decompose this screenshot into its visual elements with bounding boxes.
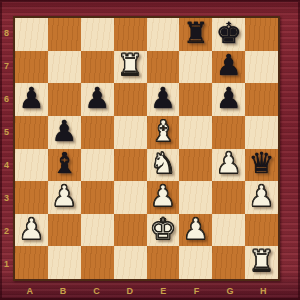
file-label-f: F bbox=[180, 281, 213, 300]
square-c1[interactable] bbox=[81, 246, 114, 279]
square-f8[interactable]: ♜ bbox=[179, 18, 212, 51]
square-b3[interactable]: ♟ bbox=[48, 181, 81, 214]
square-g1[interactable] bbox=[212, 246, 245, 279]
square-d8[interactable] bbox=[114, 18, 147, 51]
square-a6[interactable]: ♟ bbox=[15, 83, 48, 116]
square-e8[interactable] bbox=[147, 18, 180, 51]
piece-white-pawn[interactable]: ♟ bbox=[249, 182, 275, 211]
file-label-a: A bbox=[13, 281, 46, 300]
square-h4[interactable]: ♛ bbox=[245, 149, 278, 182]
rank-label-5: 5 bbox=[0, 115, 13, 148]
file-labels: ABCDEFGH bbox=[13, 281, 280, 300]
square-f6[interactable] bbox=[179, 83, 212, 116]
rank-label-6: 6 bbox=[0, 82, 13, 115]
piece-white-bishop[interactable]: ♝ bbox=[150, 117, 176, 146]
square-f1[interactable] bbox=[179, 246, 212, 279]
file-label-h: H bbox=[247, 281, 280, 300]
square-e7[interactable] bbox=[147, 51, 180, 84]
square-c6[interactable]: ♟ bbox=[81, 83, 114, 116]
square-c5[interactable] bbox=[81, 116, 114, 149]
square-h6[interactable] bbox=[245, 83, 278, 116]
square-a4[interactable] bbox=[15, 149, 48, 182]
square-c4[interactable] bbox=[81, 149, 114, 182]
square-c7[interactable] bbox=[81, 51, 114, 84]
piece-white-rook[interactable]: ♜ bbox=[117, 51, 143, 80]
square-d1[interactable] bbox=[114, 246, 147, 279]
rank-label-2: 2 bbox=[0, 215, 13, 248]
square-a8[interactable] bbox=[15, 18, 48, 51]
square-g3[interactable] bbox=[212, 181, 245, 214]
square-g2[interactable] bbox=[212, 214, 245, 247]
piece-white-pawn[interactable]: ♟ bbox=[18, 215, 44, 244]
square-f3[interactable] bbox=[179, 181, 212, 214]
piece-black-pawn[interactable]: ♟ bbox=[51, 117, 77, 146]
square-e5[interactable]: ♝ bbox=[147, 116, 180, 149]
rank-label-7: 7 bbox=[0, 49, 13, 82]
square-a3[interactable] bbox=[15, 181, 48, 214]
piece-black-rook[interactable]: ♜ bbox=[183, 19, 209, 48]
square-g4[interactable]: ♟ bbox=[212, 149, 245, 182]
rank-label-4: 4 bbox=[0, 149, 13, 182]
file-label-g: G bbox=[213, 281, 246, 300]
square-f2[interactable]: ♟ bbox=[179, 214, 212, 247]
square-h5[interactable] bbox=[245, 116, 278, 149]
square-g7[interactable]: ♟ bbox=[212, 51, 245, 84]
piece-black-king[interactable]: ♚ bbox=[216, 19, 242, 48]
square-g6[interactable]: ♟ bbox=[212, 83, 245, 116]
piece-black-pawn[interactable]: ♟ bbox=[84, 84, 110, 113]
square-h3[interactable]: ♟ bbox=[245, 181, 278, 214]
square-h7[interactable] bbox=[245, 51, 278, 84]
square-d6[interactable] bbox=[114, 83, 147, 116]
square-b7[interactable] bbox=[48, 51, 81, 84]
square-b4[interactable]: ♝ bbox=[48, 149, 81, 182]
chess-board-frame: 87654321 ABCDEFGH ♜♚♜♟♟♟♟♟♟♝♝♞♟♛♟♟♟♟♚♟♜ bbox=[0, 0, 300, 300]
square-h2[interactable] bbox=[245, 214, 278, 247]
rank-labels: 87654321 bbox=[0, 16, 13, 281]
square-f7[interactable] bbox=[179, 51, 212, 84]
piece-black-bishop[interactable]: ♝ bbox=[51, 149, 77, 178]
square-a5[interactable] bbox=[15, 116, 48, 149]
piece-black-pawn[interactable]: ♟ bbox=[216, 51, 242, 80]
square-d3[interactable] bbox=[114, 181, 147, 214]
piece-white-pawn[interactable]: ♟ bbox=[51, 182, 77, 211]
square-a7[interactable] bbox=[15, 51, 48, 84]
square-a2[interactable]: ♟ bbox=[15, 214, 48, 247]
square-a1[interactable] bbox=[15, 246, 48, 279]
square-e2[interactable]: ♚ bbox=[147, 214, 180, 247]
square-e6[interactable]: ♟ bbox=[147, 83, 180, 116]
piece-white-pawn[interactable]: ♟ bbox=[150, 182, 176, 211]
square-h8[interactable] bbox=[245, 18, 278, 51]
square-h1[interactable]: ♜ bbox=[245, 246, 278, 279]
square-b6[interactable] bbox=[48, 83, 81, 116]
piece-black-queen[interactable]: ♛ bbox=[249, 149, 275, 178]
square-e3[interactable]: ♟ bbox=[147, 181, 180, 214]
rank-label-3: 3 bbox=[0, 182, 13, 215]
square-g8[interactable]: ♚ bbox=[212, 18, 245, 51]
rank-label-8: 8 bbox=[0, 16, 13, 49]
square-b2[interactable] bbox=[48, 214, 81, 247]
piece-white-pawn[interactable]: ♟ bbox=[183, 215, 209, 244]
square-d2[interactable] bbox=[114, 214, 147, 247]
rank-label-1: 1 bbox=[0, 248, 13, 281]
piece-white-knight[interactable]: ♞ bbox=[150, 149, 176, 178]
file-label-c: C bbox=[80, 281, 113, 300]
square-g5[interactable] bbox=[212, 116, 245, 149]
square-b5[interactable]: ♟ bbox=[48, 116, 81, 149]
square-e4[interactable]: ♞ bbox=[147, 149, 180, 182]
square-c8[interactable] bbox=[81, 18, 114, 51]
piece-white-rook[interactable]: ♜ bbox=[249, 247, 275, 276]
square-c2[interactable] bbox=[81, 214, 114, 247]
square-d7[interactable]: ♜ bbox=[114, 51, 147, 84]
file-label-b: B bbox=[46, 281, 79, 300]
chess-board: ♜♚♜♟♟♟♟♟♟♝♝♞♟♛♟♟♟♟♚♟♜ bbox=[13, 16, 280, 281]
file-label-d: D bbox=[113, 281, 146, 300]
square-b1[interactable] bbox=[48, 246, 81, 279]
square-e1[interactable] bbox=[147, 246, 180, 279]
file-label-e: E bbox=[147, 281, 180, 300]
piece-black-pawn[interactable]: ♟ bbox=[216, 84, 242, 113]
piece-white-pawn[interactable]: ♟ bbox=[216, 149, 242, 178]
square-d4[interactable] bbox=[114, 149, 147, 182]
square-d5[interactable] bbox=[114, 116, 147, 149]
piece-black-pawn[interactable]: ♟ bbox=[18, 84, 44, 113]
square-f5[interactable] bbox=[179, 116, 212, 149]
square-b8[interactable] bbox=[48, 18, 81, 51]
square-c3[interactable] bbox=[81, 181, 114, 214]
piece-black-pawn[interactable]: ♟ bbox=[150, 84, 176, 113]
square-f4[interactable] bbox=[179, 149, 212, 182]
piece-white-king[interactable]: ♚ bbox=[150, 215, 176, 244]
